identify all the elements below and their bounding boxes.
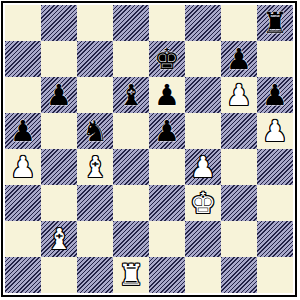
square-g1[interactable] bbox=[221, 257, 257, 293]
square-a4[interactable]: ♟ bbox=[5, 149, 41, 185]
piece-white-pawn: ♟ bbox=[185, 149, 221, 185]
piece-black-pawn: ♟ bbox=[257, 77, 293, 113]
square-e4[interactable] bbox=[149, 149, 185, 185]
chess-diagram: ♜♚♟♟♝♟♟♟♟♞♟♟♟♝♟♚♝♜ bbox=[0, 0, 300, 300]
square-b8[interactable] bbox=[41, 5, 77, 41]
square-d7[interactable] bbox=[113, 41, 149, 77]
square-a3[interactable] bbox=[5, 185, 41, 221]
square-d4[interactable] bbox=[113, 149, 149, 185]
piece-black-pawn: ♟ bbox=[221, 41, 257, 77]
square-f8[interactable] bbox=[185, 5, 221, 41]
square-g7[interactable]: ♟ bbox=[221, 41, 257, 77]
square-d1[interactable]: ♜ bbox=[113, 257, 149, 293]
square-b1[interactable] bbox=[41, 257, 77, 293]
piece-black-king: ♚ bbox=[149, 41, 185, 77]
square-h7[interactable] bbox=[257, 41, 293, 77]
square-f3[interactable]: ♚ bbox=[185, 185, 221, 221]
square-h6[interactable]: ♟ bbox=[257, 77, 293, 113]
square-d5[interactable] bbox=[113, 113, 149, 149]
piece-white-rook: ♜ bbox=[113, 257, 149, 293]
square-e8[interactable] bbox=[149, 5, 185, 41]
piece-black-pawn: ♟ bbox=[149, 77, 185, 113]
square-f1[interactable] bbox=[185, 257, 221, 293]
piece-white-pawn: ♟ bbox=[5, 149, 41, 185]
square-g5[interactable] bbox=[221, 113, 257, 149]
square-h5[interactable]: ♟ bbox=[257, 113, 293, 149]
square-d6[interactable]: ♝ bbox=[113, 77, 149, 113]
piece-white-bishop: ♝ bbox=[77, 149, 113, 185]
square-d8[interactable] bbox=[113, 5, 149, 41]
square-e1[interactable] bbox=[149, 257, 185, 293]
square-a6[interactable] bbox=[5, 77, 41, 113]
square-c5[interactable]: ♞ bbox=[77, 113, 113, 149]
square-h3[interactable] bbox=[257, 185, 293, 221]
square-f7[interactable] bbox=[185, 41, 221, 77]
square-d2[interactable] bbox=[113, 221, 149, 257]
piece-black-pawn: ♟ bbox=[149, 113, 185, 149]
square-f6[interactable] bbox=[185, 77, 221, 113]
square-a8[interactable] bbox=[5, 5, 41, 41]
square-c8[interactable] bbox=[77, 5, 113, 41]
square-f5[interactable] bbox=[185, 113, 221, 149]
piece-white-bishop: ♝ bbox=[41, 221, 77, 257]
square-b3[interactable] bbox=[41, 185, 77, 221]
square-c4[interactable]: ♝ bbox=[77, 149, 113, 185]
square-d3[interactable] bbox=[113, 185, 149, 221]
piece-black-bishop: ♝ bbox=[113, 77, 149, 113]
square-g3[interactable] bbox=[221, 185, 257, 221]
square-f4[interactable]: ♟ bbox=[185, 149, 221, 185]
square-h1[interactable] bbox=[257, 257, 293, 293]
square-e2[interactable] bbox=[149, 221, 185, 257]
square-a1[interactable] bbox=[5, 257, 41, 293]
chess-board: ♜♚♟♟♝♟♟♟♟♞♟♟♟♝♟♚♝♜ bbox=[5, 5, 293, 293]
square-c3[interactable] bbox=[77, 185, 113, 221]
square-f2[interactable] bbox=[185, 221, 221, 257]
piece-white-pawn: ♟ bbox=[257, 113, 293, 149]
board-frame: ♜♚♟♟♝♟♟♟♟♞♟♟♟♝♟♚♝♜ bbox=[1, 1, 297, 297]
square-c2[interactable] bbox=[77, 221, 113, 257]
square-c7[interactable] bbox=[77, 41, 113, 77]
piece-white-pawn: ♟ bbox=[221, 77, 257, 113]
square-a2[interactable] bbox=[5, 221, 41, 257]
square-c6[interactable] bbox=[77, 77, 113, 113]
square-g2[interactable] bbox=[221, 221, 257, 257]
square-b2[interactable]: ♝ bbox=[41, 221, 77, 257]
square-b4[interactable] bbox=[41, 149, 77, 185]
square-b6[interactable]: ♟ bbox=[41, 77, 77, 113]
piece-black-rook: ♜ bbox=[257, 5, 293, 41]
square-h2[interactable] bbox=[257, 221, 293, 257]
piece-white-king: ♚ bbox=[185, 185, 221, 221]
square-e3[interactable] bbox=[149, 185, 185, 221]
square-c1[interactable] bbox=[77, 257, 113, 293]
square-e6[interactable]: ♟ bbox=[149, 77, 185, 113]
square-e5[interactable]: ♟ bbox=[149, 113, 185, 149]
square-g8[interactable] bbox=[221, 5, 257, 41]
square-g6[interactable]: ♟ bbox=[221, 77, 257, 113]
square-h4[interactable] bbox=[257, 149, 293, 185]
square-b7[interactable] bbox=[41, 41, 77, 77]
square-a7[interactable] bbox=[5, 41, 41, 77]
piece-black-pawn: ♟ bbox=[41, 77, 77, 113]
square-e7[interactable]: ♚ bbox=[149, 41, 185, 77]
piece-black-pawn: ♟ bbox=[5, 113, 41, 149]
piece-black-knight: ♞ bbox=[77, 113, 113, 149]
square-g4[interactable] bbox=[221, 149, 257, 185]
square-b5[interactable] bbox=[41, 113, 77, 149]
square-h8[interactable]: ♜ bbox=[257, 5, 293, 41]
square-a5[interactable]: ♟ bbox=[5, 113, 41, 149]
